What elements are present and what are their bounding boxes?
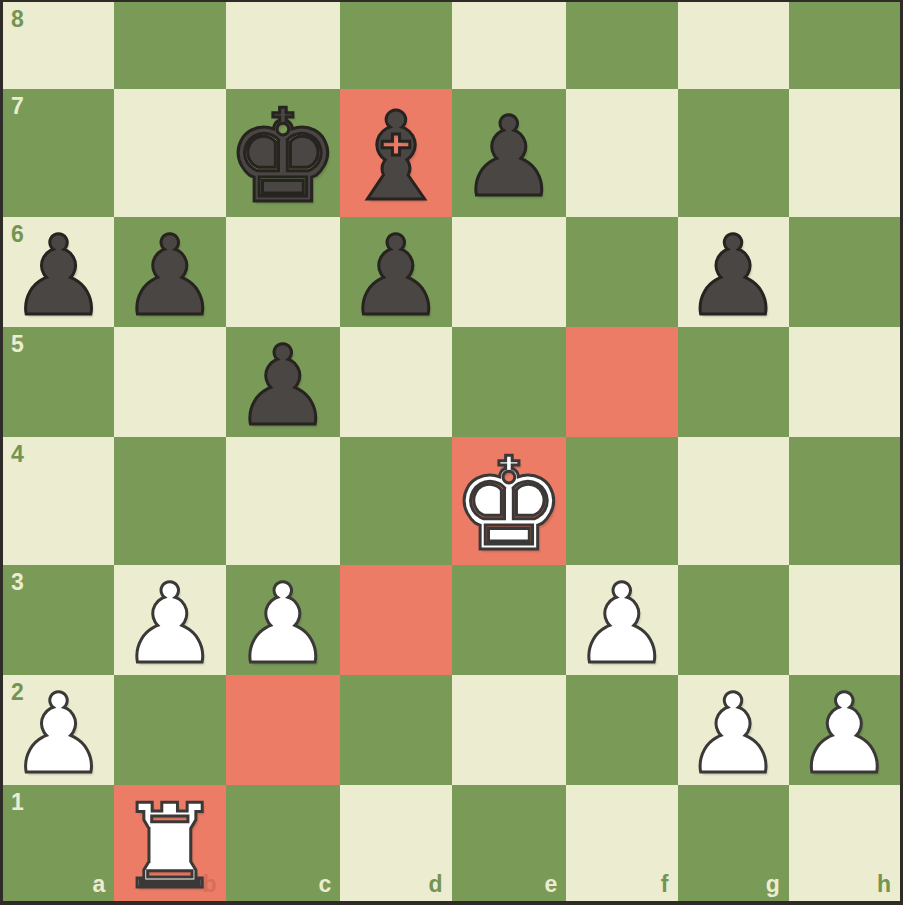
file-label-a: a	[92, 873, 105, 896]
black-pawn[interactable]: ♟	[684, 221, 783, 331]
square-b3[interactable]: ♟	[114, 565, 225, 675]
square-f4[interactable]	[566, 437, 677, 565]
file-label-g: g	[766, 873, 780, 896]
black-pawn[interactable]: ♟	[460, 102, 559, 212]
square-d6[interactable]: ♟	[340, 217, 451, 327]
board-frame: 87♚♝♟6♟♟♟♟5♟4♚3♟♟♟2♟♟♟1ab♜cdefgh	[0, 0, 903, 905]
white-pawn[interactable]: ♟	[795, 679, 894, 789]
square-g5[interactable]	[678, 327, 789, 437]
square-e5[interactable]	[452, 327, 567, 437]
black-bishop[interactable]: ♝	[341, 96, 450, 218]
square-g4[interactable]	[678, 437, 789, 565]
square-b6[interactable]: ♟	[114, 217, 225, 327]
square-d4[interactable]	[340, 437, 451, 565]
square-c5[interactable]: ♟	[226, 327, 341, 437]
white-pawn[interactable]: ♟	[121, 569, 220, 679]
square-e3[interactable]	[452, 565, 567, 675]
square-f5[interactable]	[566, 327, 677, 437]
square-h8[interactable]	[789, 2, 900, 89]
white-pawn[interactable]: ♟	[9, 679, 108, 789]
white-pawn[interactable]: ♟	[234, 569, 333, 679]
square-g2[interactable]: ♟	[678, 675, 789, 785]
black-king[interactable]: ♚	[226, 93, 341, 221]
square-f7[interactable]	[566, 89, 677, 217]
square-c6[interactable]	[226, 217, 341, 327]
square-h7[interactable]	[789, 89, 900, 217]
square-b8[interactable]	[114, 2, 225, 89]
square-h3[interactable]	[789, 565, 900, 675]
black-pawn[interactable]: ♟	[121, 221, 220, 331]
square-h4[interactable]	[789, 437, 900, 565]
square-b2[interactable]	[114, 675, 225, 785]
file-label-c: c	[318, 873, 331, 896]
square-b1[interactable]: b♜	[114, 785, 225, 901]
rank-label-4: 4	[11, 443, 24, 466]
square-d8[interactable]	[340, 2, 451, 89]
square-d3[interactable]	[340, 565, 451, 675]
square-b5[interactable]	[114, 327, 225, 437]
square-a5[interactable]: 5	[3, 327, 114, 437]
square-e1[interactable]: e	[452, 785, 567, 901]
square-c4[interactable]	[226, 437, 341, 565]
square-a2[interactable]: 2♟	[3, 675, 114, 785]
square-b7[interactable]	[114, 89, 225, 217]
white-rook[interactable]: ♜	[118, 789, 222, 905]
square-d2[interactable]	[340, 675, 451, 785]
square-e8[interactable]	[452, 2, 567, 89]
rank-label-8: 8	[11, 8, 24, 31]
square-g8[interactable]	[678, 2, 789, 89]
square-b4[interactable]	[114, 437, 225, 565]
white-pawn[interactable]: ♟	[573, 569, 672, 679]
square-e6[interactable]	[452, 217, 567, 327]
square-f3[interactable]: ♟	[566, 565, 677, 675]
square-d5[interactable]	[340, 327, 451, 437]
square-c3[interactable]: ♟	[226, 565, 341, 675]
square-g7[interactable]	[678, 89, 789, 217]
square-a7[interactable]: 7	[3, 89, 114, 217]
square-e7[interactable]: ♟	[452, 89, 567, 217]
square-c8[interactable]	[226, 2, 341, 89]
rank-label-3: 3	[11, 571, 24, 594]
square-g6[interactable]: ♟	[678, 217, 789, 327]
square-d7[interactable]: ♝	[340, 89, 451, 217]
square-f6[interactable]	[566, 217, 677, 327]
square-g3[interactable]	[678, 565, 789, 675]
file-label-d: d	[428, 873, 442, 896]
white-king[interactable]: ♚	[452, 441, 567, 569]
black-pawn[interactable]: ♟	[234, 331, 333, 441]
white-pawn[interactable]: ♟	[684, 679, 783, 789]
square-d1[interactable]: d	[340, 785, 451, 901]
file-label-e: e	[544, 873, 557, 896]
square-f1[interactable]: f	[566, 785, 677, 901]
square-g1[interactable]: g	[678, 785, 789, 901]
square-f2[interactable]	[566, 675, 677, 785]
square-a4[interactable]: 4	[3, 437, 114, 565]
square-h1[interactable]: h	[789, 785, 900, 901]
square-f8[interactable]	[566, 2, 677, 89]
chess-board: 87♚♝♟6♟♟♟♟5♟4♚3♟♟♟2♟♟♟1ab♜cdefgh	[3, 2, 900, 901]
square-c7[interactable]: ♚	[226, 89, 341, 217]
file-label-h: h	[877, 873, 891, 896]
square-a3[interactable]: 3	[3, 565, 114, 675]
square-h5[interactable]	[789, 327, 900, 437]
square-c2[interactable]	[226, 675, 341, 785]
black-pawn[interactable]: ♟	[9, 221, 108, 331]
square-e4[interactable]: ♚	[452, 437, 567, 565]
black-pawn[interactable]: ♟	[347, 221, 446, 331]
square-c1[interactable]: c	[226, 785, 341, 901]
square-h6[interactable]	[789, 217, 900, 327]
square-h2[interactable]: ♟	[789, 675, 900, 785]
file-label-f: f	[661, 873, 669, 896]
square-a1[interactable]: 1a	[3, 785, 114, 901]
square-a6[interactable]: 6♟	[3, 217, 114, 327]
rank-label-7: 7	[11, 95, 24, 118]
square-e2[interactable]	[452, 675, 567, 785]
square-a8[interactable]: 8	[3, 2, 114, 89]
